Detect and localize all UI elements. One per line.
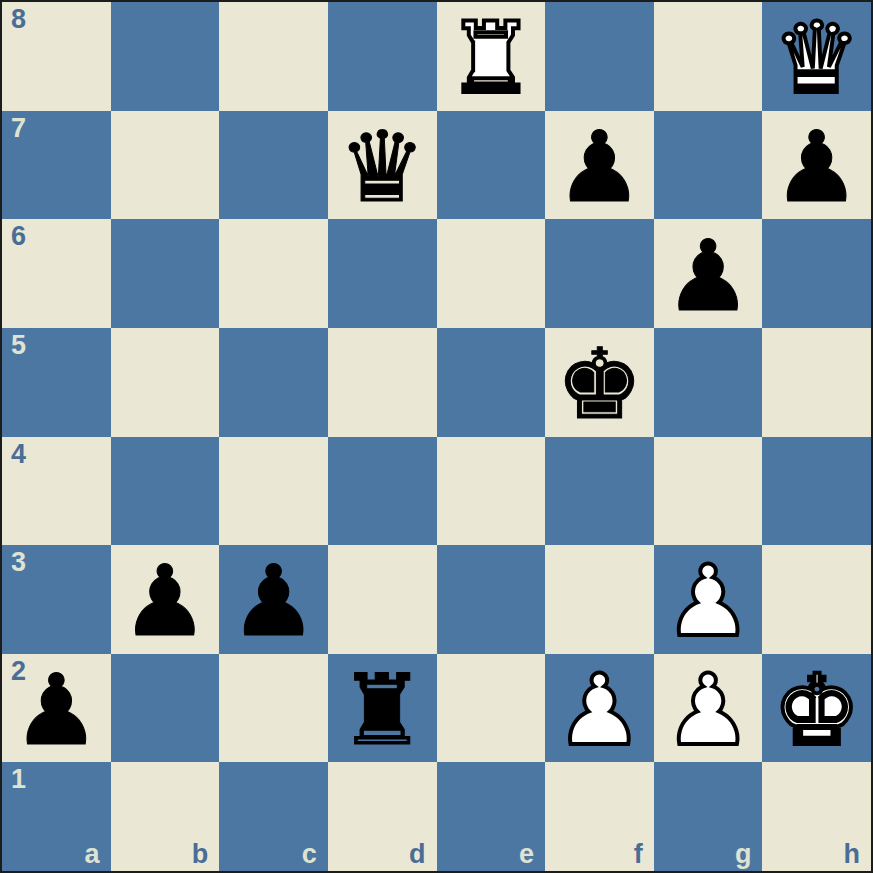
piece-black-pawn[interactable]: ♟ <box>556 118 644 216</box>
piece-white-queen[interactable]: ♛ <box>773 9 861 107</box>
piece-white-pawn[interactable]: ♟ <box>664 552 752 650</box>
piece-black-queen[interactable]: ♛ <box>338 118 426 216</box>
file-label-f: f <box>634 840 643 870</box>
square-f4[interactable] <box>545 437 654 546</box>
square-b8[interactable] <box>111 2 220 111</box>
square-h2[interactable]: ♚ <box>762 654 871 763</box>
file-label-c: c <box>302 840 317 870</box>
square-d8[interactable] <box>328 2 437 111</box>
square-a7[interactable]: 7 <box>2 111 111 220</box>
piece-white-rook[interactable]: ♜ <box>447 9 535 107</box>
square-g8[interactable] <box>654 2 763 111</box>
square-c8[interactable] <box>219 2 328 111</box>
rank-label-7: 7 <box>11 114 26 144</box>
square-e5[interactable] <box>437 328 546 437</box>
square-c1[interactable]: c <box>219 762 328 871</box>
square-d4[interactable] <box>328 437 437 546</box>
square-h4[interactable] <box>762 437 871 546</box>
square-d5[interactable] <box>328 328 437 437</box>
piece-white-pawn[interactable]: ♟ <box>664 661 752 759</box>
square-h7[interactable]: ♟ <box>762 111 871 220</box>
square-f2[interactable]: ♟ <box>545 654 654 763</box>
chess-board: 8♜♛7♛♟♟6♟5♚43♟♟♟2♟♜♟♟♚1abcdefgh <box>0 0 873 873</box>
square-g1[interactable]: g <box>654 762 763 871</box>
square-f8[interactable] <box>545 2 654 111</box>
square-a3[interactable]: 3 <box>2 545 111 654</box>
square-a6[interactable]: 6 <box>2 219 111 328</box>
piece-black-pawn[interactable]: ♟ <box>664 227 752 325</box>
piece-white-pawn[interactable]: ♟ <box>556 661 644 759</box>
piece-black-pawn[interactable]: ♟ <box>230 552 318 650</box>
piece-black-pawn[interactable]: ♟ <box>121 552 209 650</box>
square-d2[interactable]: ♜ <box>328 654 437 763</box>
square-c3[interactable]: ♟ <box>219 545 328 654</box>
square-e3[interactable] <box>437 545 546 654</box>
square-g3[interactable]: ♟ <box>654 545 763 654</box>
piece-black-pawn[interactable]: ♟ <box>773 118 861 216</box>
square-d7[interactable]: ♛ <box>328 111 437 220</box>
rank-label-1: 1 <box>11 765 26 795</box>
square-g7[interactable] <box>654 111 763 220</box>
square-c4[interactable] <box>219 437 328 546</box>
square-c2[interactable] <box>219 654 328 763</box>
square-h1[interactable]: h <box>762 762 871 871</box>
square-b4[interactable] <box>111 437 220 546</box>
square-e2[interactable] <box>437 654 546 763</box>
square-e4[interactable] <box>437 437 546 546</box>
square-a1[interactable]: 1a <box>2 762 111 871</box>
square-f5[interactable]: ♚ <box>545 328 654 437</box>
square-d1[interactable]: d <box>328 762 437 871</box>
square-e1[interactable]: e <box>437 762 546 871</box>
piece-black-king[interactable]: ♚ <box>556 335 644 433</box>
file-label-b: b <box>192 840 209 870</box>
square-b3[interactable]: ♟ <box>111 545 220 654</box>
square-b5[interactable] <box>111 328 220 437</box>
square-f3[interactable] <box>545 545 654 654</box>
square-e7[interactable] <box>437 111 546 220</box>
square-b7[interactable] <box>111 111 220 220</box>
file-label-g: g <box>735 840 752 870</box>
file-label-a: a <box>85 840 100 870</box>
rank-label-4: 4 <box>11 440 26 470</box>
square-g6[interactable]: ♟ <box>654 219 763 328</box>
file-label-d: d <box>409 840 426 870</box>
rank-label-6: 6 <box>11 222 26 252</box>
square-e6[interactable] <box>437 219 546 328</box>
square-a5[interactable]: 5 <box>2 328 111 437</box>
square-a8[interactable]: 8 <box>2 2 111 111</box>
square-f1[interactable]: f <box>545 762 654 871</box>
square-h3[interactable] <box>762 545 871 654</box>
square-h8[interactable]: ♛ <box>762 2 871 111</box>
square-f6[interactable] <box>545 219 654 328</box>
square-a4[interactable]: 4 <box>2 437 111 546</box>
square-c6[interactable] <box>219 219 328 328</box>
square-g2[interactable]: ♟ <box>654 654 763 763</box>
square-b1[interactable]: b <box>111 762 220 871</box>
square-c5[interactable] <box>219 328 328 437</box>
square-h6[interactable] <box>762 219 871 328</box>
file-label-e: e <box>519 840 534 870</box>
rank-label-5: 5 <box>11 331 26 361</box>
piece-black-rook[interactable]: ♜ <box>338 661 426 759</box>
rank-label-8: 8 <box>11 5 26 35</box>
file-label-h: h <box>844 840 861 870</box>
square-f7[interactable]: ♟ <box>545 111 654 220</box>
square-d3[interactable] <box>328 545 437 654</box>
square-g5[interactable] <box>654 328 763 437</box>
square-b6[interactable] <box>111 219 220 328</box>
rank-label-3: 3 <box>11 548 26 578</box>
piece-white-king[interactable]: ♚ <box>773 661 861 759</box>
square-g4[interactable] <box>654 437 763 546</box>
square-a2[interactable]: 2♟ <box>2 654 111 763</box>
square-c7[interactable] <box>219 111 328 220</box>
square-e8[interactable]: ♜ <box>437 2 546 111</box>
square-h5[interactable] <box>762 328 871 437</box>
piece-black-pawn[interactable]: ♟ <box>12 661 100 759</box>
square-d6[interactable] <box>328 219 437 328</box>
square-b2[interactable] <box>111 654 220 763</box>
